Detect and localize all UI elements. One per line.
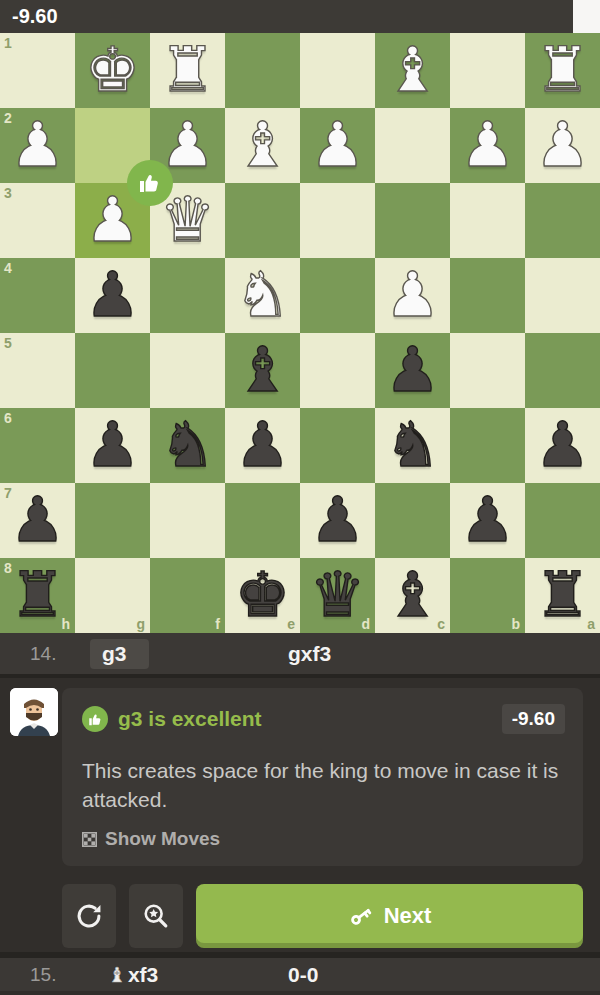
move-number: 14. bbox=[30, 643, 56, 665]
square-d8[interactable]: d♛ bbox=[300, 558, 375, 633]
analysis-button[interactable] bbox=[129, 884, 183, 948]
square-b8[interactable]: b bbox=[450, 558, 525, 633]
square-c4[interactable]: ♟ bbox=[375, 258, 450, 333]
square-b5[interactable] bbox=[450, 333, 525, 408]
analysis-card: g3 is excellent -9.60 This creates space… bbox=[62, 688, 583, 866]
white-pawn: ♟ bbox=[525, 108, 600, 183]
square-d5[interactable] bbox=[300, 333, 375, 408]
next-button[interactable]: Next bbox=[196, 884, 583, 948]
square-e5[interactable]: ♝ bbox=[225, 333, 300, 408]
black-pawn: ♟ bbox=[450, 483, 525, 558]
square-b4[interactable] bbox=[450, 258, 525, 333]
square-h7[interactable]: 7♟ bbox=[0, 483, 75, 558]
square-f5[interactable] bbox=[150, 333, 225, 408]
eval-badge: -9.60 bbox=[502, 704, 565, 734]
black-knight: ♞ bbox=[150, 408, 225, 483]
rank-label-7: 7 bbox=[4, 485, 12, 501]
show-moves-board-icon bbox=[82, 832, 97, 847]
square-b3[interactable] bbox=[450, 183, 525, 258]
move-list-row-15: 15. ♝ xf3 0-0 bbox=[0, 958, 600, 991]
square-e7[interactable] bbox=[225, 483, 300, 558]
black-pawn: ♟ bbox=[375, 333, 450, 408]
black-king: ♚ bbox=[225, 558, 300, 633]
black-bishop: ♝ bbox=[375, 558, 450, 633]
square-g5[interactable] bbox=[75, 333, 150, 408]
avatar bbox=[10, 688, 58, 736]
square-f4[interactable] bbox=[150, 258, 225, 333]
file-label-h: h bbox=[61, 616, 70, 632]
excellent-move-thumbs-up-badge bbox=[127, 160, 173, 206]
square-d3[interactable] bbox=[300, 183, 375, 258]
black-pawn: ♟ bbox=[525, 408, 600, 483]
square-e3[interactable] bbox=[225, 183, 300, 258]
move-explanation-text: This creates space for the king to move … bbox=[82, 756, 565, 814]
square-f8[interactable]: f bbox=[150, 558, 225, 633]
square-g8[interactable]: g bbox=[75, 558, 150, 633]
white-move-bxf3[interactable]: ♝ xf3 bbox=[108, 963, 158, 987]
square-a7[interactable] bbox=[525, 483, 600, 558]
rank-label-8: 8 bbox=[4, 560, 12, 576]
square-c3[interactable] bbox=[375, 183, 450, 258]
square-b7[interactable]: ♟ bbox=[450, 483, 525, 558]
square-d2[interactable]: ♟ bbox=[300, 108, 375, 183]
evaluation-score: -9.60 bbox=[0, 5, 58, 28]
square-a8[interactable]: a♜ bbox=[525, 558, 600, 633]
file-label-f: f bbox=[215, 616, 220, 632]
retry-button[interactable] bbox=[62, 884, 116, 948]
black-pawn: ♟ bbox=[75, 258, 150, 333]
rank-label-2: 2 bbox=[4, 110, 12, 126]
thumbs-up-icon bbox=[82, 706, 108, 732]
white-rook: ♜ bbox=[525, 33, 600, 108]
square-e8[interactable]: e♚ bbox=[225, 558, 300, 633]
black-pawn: ♟ bbox=[300, 483, 375, 558]
chess-board[interactable]: 1♚♜♝♜2♟♟♝♟♟♟3♟♛4♟♞♟5♝♟6♟♞♟♞♟7♟♟♟8h♜gfe♚d… bbox=[0, 33, 600, 633]
white-bishop: ♝ bbox=[225, 108, 300, 183]
square-h3[interactable]: 3 bbox=[0, 183, 75, 258]
square-g1[interactable]: ♚ bbox=[75, 33, 150, 108]
evaluation-bar-white-segment bbox=[573, 0, 600, 33]
white-bishop: ♝ bbox=[375, 33, 450, 108]
white-knight: ♞ bbox=[225, 258, 300, 333]
square-h1[interactable]: 1 bbox=[0, 33, 75, 108]
show-moves-label: Show Moves bbox=[105, 828, 220, 850]
black-rook: ♜ bbox=[0, 558, 75, 633]
square-c8[interactable]: c♝ bbox=[375, 558, 450, 633]
square-f7[interactable] bbox=[150, 483, 225, 558]
black-move-gxf3[interactable]: gxf3 bbox=[288, 642, 331, 666]
white-pawn: ♟ bbox=[450, 108, 525, 183]
white-pawn: ♟ bbox=[0, 108, 75, 183]
rank-label-4: 4 bbox=[4, 260, 12, 276]
file-label-a: a bbox=[587, 616, 595, 632]
square-c5[interactable]: ♟ bbox=[375, 333, 450, 408]
file-label-d: d bbox=[361, 616, 370, 632]
move-quality-headline: g3 is excellent bbox=[118, 707, 262, 731]
black-knight: ♞ bbox=[375, 408, 450, 483]
square-d4[interactable] bbox=[300, 258, 375, 333]
white-king: ♚ bbox=[75, 33, 150, 108]
file-label-g: g bbox=[136, 616, 145, 632]
square-d7[interactable]: ♟ bbox=[300, 483, 375, 558]
square-f6[interactable]: ♞ bbox=[150, 408, 225, 483]
bishop-icon: ♝ bbox=[108, 965, 126, 985]
rank-label-5: 5 bbox=[4, 335, 12, 351]
key-icon bbox=[348, 903, 374, 929]
square-e2[interactable]: ♝ bbox=[225, 108, 300, 183]
rank-label-1: 1 bbox=[4, 35, 12, 51]
file-label-c: c bbox=[437, 616, 445, 632]
square-c1[interactable]: ♝ bbox=[375, 33, 450, 108]
square-e1[interactable] bbox=[225, 33, 300, 108]
analysis-panel: g3 is excellent -9.60 This creates space… bbox=[0, 678, 600, 952]
square-h8[interactable]: 8h♜ bbox=[0, 558, 75, 633]
square-b6[interactable] bbox=[450, 408, 525, 483]
square-a3[interactable] bbox=[525, 183, 600, 258]
black-pawn: ♟ bbox=[225, 408, 300, 483]
square-e4[interactable]: ♞ bbox=[225, 258, 300, 333]
square-b2[interactable]: ♟ bbox=[450, 108, 525, 183]
square-a4[interactable] bbox=[525, 258, 600, 333]
black-bishop: ♝ bbox=[225, 333, 300, 408]
square-h6[interactable]: 6 bbox=[0, 408, 75, 483]
square-h5[interactable]: 5 bbox=[0, 333, 75, 408]
next-button-label: Next bbox=[384, 903, 432, 929]
file-label-e: e bbox=[287, 616, 295, 632]
square-h4[interactable]: 4 bbox=[0, 258, 75, 333]
black-pawn: ♟ bbox=[75, 408, 150, 483]
show-moves-button[interactable]: Show Moves bbox=[82, 828, 565, 850]
square-d6[interactable] bbox=[300, 408, 375, 483]
square-g6[interactable]: ♟ bbox=[75, 408, 150, 483]
retry-icon bbox=[75, 902, 103, 930]
analysis-magnifier-star-icon bbox=[142, 902, 170, 930]
square-c6[interactable]: ♞ bbox=[375, 408, 450, 483]
square-h2[interactable]: 2♟ bbox=[0, 108, 75, 183]
square-d1[interactable] bbox=[300, 33, 375, 108]
square-a2[interactable]: ♟ bbox=[525, 108, 600, 183]
file-label-b: b bbox=[511, 616, 520, 632]
square-c2[interactable] bbox=[375, 108, 450, 183]
square-g4[interactable]: ♟ bbox=[75, 258, 150, 333]
white-pawn: ♟ bbox=[300, 108, 375, 183]
rank-label-6: 6 bbox=[4, 410, 12, 426]
evaluation-bar: -9.60 bbox=[0, 0, 600, 33]
move-number: 15. bbox=[30, 964, 56, 986]
square-a1[interactable]: ♜ bbox=[525, 33, 600, 108]
black-rook: ♜ bbox=[525, 558, 600, 633]
square-a5[interactable] bbox=[525, 333, 600, 408]
square-b1[interactable] bbox=[450, 33, 525, 108]
white-move-g3[interactable]: g3 bbox=[90, 639, 149, 669]
black-queen: ♛ bbox=[300, 558, 375, 633]
square-a6[interactable]: ♟ bbox=[525, 408, 600, 483]
square-g7[interactable] bbox=[75, 483, 150, 558]
square-c7[interactable] bbox=[375, 483, 450, 558]
black-move-castle[interactable]: 0-0 bbox=[288, 963, 318, 987]
white-pawn: ♟ bbox=[375, 258, 450, 333]
square-f1[interactable]: ♜ bbox=[150, 33, 225, 108]
white-rook: ♜ bbox=[150, 33, 225, 108]
black-pawn: ♟ bbox=[0, 483, 75, 558]
move-list-row-14: 14. g3 gxf3 bbox=[0, 633, 600, 678]
square-e6[interactable]: ♟ bbox=[225, 408, 300, 483]
rank-label-3: 3 bbox=[4, 185, 12, 201]
